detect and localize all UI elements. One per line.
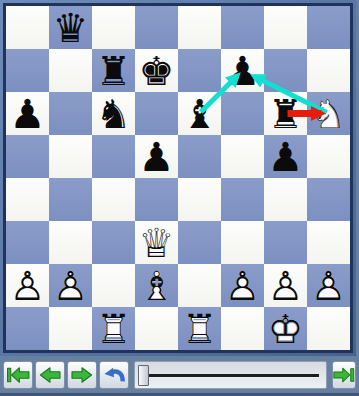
undo-button[interactable] [99,361,129,389]
go-to-end-button[interactable] [332,361,356,389]
back-button[interactable] [35,361,65,389]
square-a8[interactable] [6,6,49,49]
square-b1[interactable] [49,307,92,350]
arrow-right-bar-icon [333,365,355,385]
square-c2[interactable] [92,264,135,307]
piece-white-pawn-f2[interactable]: ♟♙ [221,264,264,307]
square-g8[interactable] [264,6,307,49]
square-h7[interactable] [307,49,350,92]
piece-glyph: ♚ [135,49,178,92]
piece-black-rook-g6[interactable]: ♜ [264,92,307,135]
arrow-left-icon [38,365,62,385]
square-f1[interactable] [221,307,264,350]
piece-outline: ♙ [307,264,350,307]
piece-outline: ♙ [221,264,264,307]
square-g3[interactable] [264,221,307,264]
piece-white-pawn-b2[interactable]: ♟♙ [49,264,92,307]
piece-outline: ♔ [264,307,307,350]
navigation-toolbar [0,356,359,396]
square-b7[interactable] [49,49,92,92]
square-f4[interactable] [221,178,264,221]
slider-handle[interactable] [138,365,149,386]
go-to-start-button[interactable] [3,361,33,389]
square-g7[interactable] [264,49,307,92]
square-h4[interactable] [307,178,350,221]
square-b4[interactable] [49,178,92,221]
square-b5[interactable] [49,135,92,178]
piece-black-pawn-g5[interactable]: ♟ [264,135,307,178]
square-d8[interactable] [135,6,178,49]
forward-button[interactable] [67,361,97,389]
move-slider[interactable] [134,361,327,389]
piece-black-king-d7[interactable]: ♚ [135,49,178,92]
piece-white-rook-e1[interactable]: ♜♖ [178,307,221,350]
square-f5[interactable] [221,135,264,178]
chess-app-window: ♛♜♚♟♟♞♝♜♞♘♟♟♛♕♟♙♟♙♝♗♟♙♟♙♟♙♜♖♜♖♚♔ [0,0,359,396]
square-a7[interactable] [6,49,49,92]
board-frame: ♛♜♚♟♟♞♝♜♞♘♟♟♛♕♟♙♟♙♝♗♟♙♟♙♟♙♜♖♜♖♚♔ [0,0,356,356]
square-a1[interactable] [6,307,49,350]
square-f8[interactable] [221,6,264,49]
piece-glyph: ♟ [6,92,49,135]
piece-outline: ♙ [49,264,92,307]
square-d4[interactable] [135,178,178,221]
board[interactable]: ♛♜♚♟♟♞♝♜♞♘♟♟♛♕♟♙♟♙♝♗♟♙♟♙♟♙♜♖♜♖♚♔ [6,6,350,350]
square-e3[interactable] [178,221,221,264]
square-b3[interactable] [49,221,92,264]
piece-glyph: ♞ [92,92,135,135]
arrow-left-bar-icon [6,365,30,385]
piece-white-king-g1[interactable]: ♚♔ [264,307,307,350]
square-e2[interactable] [178,264,221,307]
slider-track[interactable] [142,374,319,378]
piece-glyph: ♟ [221,49,264,92]
piece-outline: ♖ [92,307,135,350]
square-a5[interactable] [6,135,49,178]
square-e7[interactable] [178,49,221,92]
piece-white-pawn-g2[interactable]: ♟♙ [264,264,307,307]
piece-glyph: ♝ [178,92,221,135]
undo-arrow-icon [102,365,126,385]
square-h5[interactable] [307,135,350,178]
piece-black-pawn-d5[interactable]: ♟ [135,135,178,178]
piece-outline: ♕ [135,221,178,264]
piece-black-rook-c7[interactable]: ♜ [92,49,135,92]
piece-glyph: ♟ [135,135,178,178]
square-e4[interactable] [178,178,221,221]
arrow-right-icon [70,365,94,385]
piece-glyph: ♟ [264,135,307,178]
square-c3[interactable] [92,221,135,264]
piece-black-queen-b8[interactable]: ♛ [49,6,92,49]
square-d1[interactable] [135,307,178,350]
square-d6[interactable] [135,92,178,135]
square-e8[interactable] [178,6,221,49]
piece-glyph: ♛ [49,6,92,49]
square-h3[interactable] [307,221,350,264]
square-e5[interactable] [178,135,221,178]
piece-black-pawn-f7[interactable]: ♟ [221,49,264,92]
square-f6[interactable] [221,92,264,135]
piece-white-pawn-a2[interactable]: ♟♙ [6,264,49,307]
piece-white-rook-c1[interactable]: ♜♖ [92,307,135,350]
nav-buttons-right [332,361,356,389]
piece-white-bishop-d2[interactable]: ♝♗ [135,264,178,307]
square-c8[interactable] [92,6,135,49]
piece-white-pawn-h2[interactable]: ♟♙ [307,264,350,307]
square-a3[interactable] [6,221,49,264]
piece-outline: ♙ [264,264,307,307]
piece-outline: ♘ [307,92,350,135]
square-h1[interactable] [307,307,350,350]
piece-outline: ♖ [178,307,221,350]
square-c4[interactable] [92,178,135,221]
square-c5[interactable] [92,135,135,178]
square-h8[interactable] [307,6,350,49]
piece-black-bishop-e6[interactable]: ♝ [178,92,221,135]
square-f3[interactable] [221,221,264,264]
square-g4[interactable] [264,178,307,221]
piece-black-knight-c6[interactable]: ♞ [92,92,135,135]
piece-glyph: ♜ [264,92,307,135]
board-frame-inner: ♛♜♚♟♟♞♝♜♞♘♟♟♛♕♟♙♟♙♝♗♟♙♟♙♟♙♜♖♜♖♚♔ [3,3,353,353]
square-b6[interactable] [49,92,92,135]
nav-buttons-left [3,361,129,389]
square-a4[interactable] [6,178,49,221]
piece-white-queen-d3[interactable]: ♛♕ [135,221,178,264]
piece-glyph: ♜ [92,49,135,92]
piece-black-pawn-a6[interactable]: ♟ [6,92,49,135]
piece-outline: ♙ [6,264,49,307]
piece-outline: ♗ [135,264,178,307]
piece-white-knight-h6[interactable]: ♞♘ [307,92,350,135]
